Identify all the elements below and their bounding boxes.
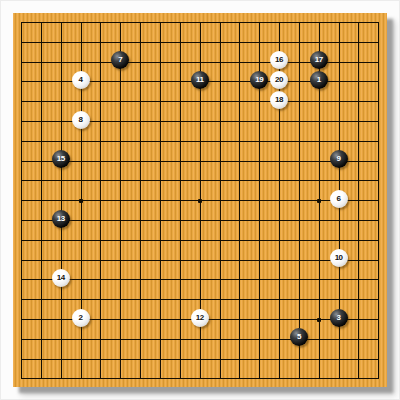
stone-black-5: 5 [290, 328, 308, 346]
move-number: 18 [275, 91, 283, 109]
stone-white-2: 2 [72, 309, 90, 327]
move-number: 5 [297, 328, 301, 346]
move-number: 6 [337, 190, 341, 208]
stone-black-15: 15 [52, 150, 70, 168]
grid-line-horizontal [21, 299, 379, 300]
grid-line-vertical [299, 22, 300, 379]
stone-white-16: 16 [270, 51, 288, 69]
move-number: 3 [337, 309, 341, 327]
move-number: 20 [275, 71, 283, 89]
stone-white-14: 14 [52, 269, 70, 287]
move-number: 8 [79, 111, 83, 129]
move-number: 12 [196, 309, 204, 327]
stone-black-17: 17 [310, 51, 328, 69]
move-number: 16 [275, 51, 283, 69]
stone-black-3: 3 [330, 309, 348, 327]
star-point [317, 199, 321, 203]
go-board[interactable]: 1234567891011121314151617181920 [13, 13, 387, 387]
grid-line-vertical [378, 22, 379, 379]
grid-line-vertical [358, 22, 359, 379]
go-diagram-page: 1234567891011121314151617181920 [0, 0, 400, 400]
stone-white-6: 6 [330, 190, 348, 208]
move-number: 1 [317, 71, 321, 89]
move-number: 13 [57, 210, 65, 228]
move-number: 4 [79, 71, 83, 89]
grid-line-horizontal [21, 240, 379, 241]
grid-line-horizontal [21, 359, 379, 360]
move-number: 9 [337, 150, 341, 168]
move-number: 19 [255, 71, 263, 89]
stone-black-13: 13 [52, 210, 70, 228]
move-number: 10 [335, 249, 343, 267]
grid-line-horizontal [21, 260, 379, 261]
star-point [198, 199, 202, 203]
grid-line-vertical [239, 22, 240, 379]
stone-black-1: 1 [310, 71, 328, 89]
grid-line-horizontal [21, 279, 379, 280]
stone-white-20: 20 [270, 71, 288, 89]
move-number: 2 [79, 309, 83, 327]
move-number: 7 [118, 51, 122, 69]
grid-line-vertical [220, 22, 221, 379]
stone-white-12: 12 [191, 309, 209, 327]
grid-line-horizontal [21, 378, 379, 379]
star-point [79, 199, 83, 203]
move-number: 11 [196, 71, 203, 89]
screenshot-root: { "game": "Go (igo/baduk), 19x19 numbere… [0, 0, 400, 400]
stone-white-4: 4 [72, 71, 90, 89]
stone-white-8: 8 [72, 111, 90, 129]
move-number: 17 [315, 51, 323, 69]
stone-black-9: 9 [330, 150, 348, 168]
stone-black-7: 7 [111, 51, 129, 69]
stone-black-11: 11 [191, 71, 209, 89]
star-point [317, 318, 321, 322]
grid-line-horizontal [21, 339, 379, 340]
stone-white-10: 10 [330, 249, 348, 267]
stone-black-19: 19 [250, 71, 268, 89]
grid-line-horizontal [21, 220, 379, 221]
move-number: 14 [57, 269, 65, 287]
move-number: 15 [57, 150, 65, 168]
stone-white-18: 18 [270, 91, 288, 109]
